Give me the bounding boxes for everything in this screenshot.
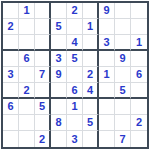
given-digit: 3 [7, 69, 13, 80]
cell-r8c7[interactable] [99, 115, 115, 131]
given-digit: 2 [39, 134, 45, 145]
cell-r7c7[interactable] [99, 99, 115, 115]
cell-r3c8[interactable] [115, 35, 131, 51]
cell-r1c4[interactable] [51, 3, 67, 19]
given-digit: 1 [23, 5, 29, 16]
given-digit: 1 [136, 37, 142, 48]
cell-r3c6[interactable] [83, 35, 99, 51]
cell-r7c1[interactable]: 6 [3, 99, 19, 115]
cell-r4c9[interactable] [131, 51, 147, 67]
cell-r5c8[interactable] [115, 67, 131, 83]
cell-r8c9[interactable]: 2 [131, 115, 147, 131]
cell-r7c5[interactable]: 1 [67, 99, 83, 115]
cell-r9c7[interactable] [99, 131, 115, 147]
cell-r7c9[interactable] [131, 99, 147, 115]
cell-r9c1[interactable] [3, 131, 19, 147]
cell-r1c7[interactable]: 9 [99, 3, 115, 19]
cell-r7c4[interactable] [51, 99, 67, 115]
given-digit: 5 [87, 117, 93, 128]
cell-r7c2[interactable] [19, 99, 35, 115]
cell-r6c5[interactable]: 6 [67, 83, 83, 99]
cell-r1c2[interactable]: 1 [19, 3, 35, 19]
cell-r4c6[interactable] [83, 51, 99, 67]
cell-r9c9[interactable] [131, 131, 147, 147]
cell-r4c7[interactable] [99, 51, 115, 67]
cell-r8c5[interactable] [67, 115, 83, 131]
cell-r1c1[interactable] [3, 3, 19, 19]
given-digit: 5 [39, 101, 45, 112]
cell-r4c1[interactable] [3, 51, 19, 67]
cell-r2c7[interactable] [99, 19, 115, 35]
cell-r9c6[interactable] [83, 131, 99, 147]
cell-r9c3[interactable]: 2 [35, 131, 51, 147]
cell-r6c8[interactable]: 5 [115, 83, 131, 99]
given-digit: 2 [71, 5, 77, 16]
cell-r5c7[interactable]: 1 [99, 67, 115, 83]
cell-r4c4[interactable]: 3 [51, 51, 67, 67]
cell-r6c9[interactable] [131, 83, 147, 99]
given-digit: 3 [55, 53, 61, 64]
cell-r5c3[interactable]: 7 [35, 67, 51, 83]
cell-r8c6[interactable]: 5 [83, 115, 99, 131]
cell-r3c3[interactable] [35, 35, 51, 51]
cell-r2c1[interactable]: 2 [3, 19, 19, 35]
cell-r6c4[interactable] [51, 83, 67, 99]
cell-r3c5[interactable]: 4 [67, 35, 83, 51]
cell-r7c8[interactable] [115, 99, 131, 115]
given-digit: 5 [71, 53, 77, 64]
given-digit: 7 [119, 134, 125, 145]
cell-r3c1[interactable] [3, 35, 19, 51]
cell-r5c6[interactable]: 2 [83, 67, 99, 83]
given-digit: 2 [136, 117, 142, 128]
cell-r4c5[interactable]: 5 [67, 51, 83, 67]
cell-r1c5[interactable]: 2 [67, 3, 83, 19]
cell-r5c2[interactable] [19, 67, 35, 83]
cell-r4c8[interactable]: 9 [115, 51, 131, 67]
cell-r1c3[interactable] [35, 3, 51, 19]
given-digit: 5 [119, 85, 125, 96]
cell-r3c9[interactable]: 1 [131, 35, 147, 51]
given-digit: 2 [87, 69, 93, 80]
cell-r8c8[interactable] [115, 115, 131, 131]
given-digit: 9 [55, 69, 61, 80]
cell-r1c8[interactable] [115, 3, 131, 19]
cell-r9c2[interactable] [19, 131, 35, 147]
cell-r2c5[interactable] [67, 19, 83, 35]
cell-r2c2[interactable] [19, 19, 35, 35]
cell-r4c2[interactable]: 6 [19, 51, 35, 67]
given-digit: 6 [23, 53, 29, 64]
given-digit: 9 [103, 5, 109, 16]
given-digit: 6 [7, 101, 13, 112]
cell-r1c6[interactable] [83, 3, 99, 19]
cell-r3c4[interactable] [51, 35, 67, 51]
cell-r9c8[interactable]: 7 [115, 131, 131, 147]
given-digit: 2 [23, 85, 29, 96]
sudoku-board: 12925143163593792162645651852237 [1, 1, 149, 149]
cell-r6c6[interactable]: 4 [83, 83, 99, 99]
cell-r2c9[interactable] [131, 19, 147, 35]
cell-r5c5[interactable] [67, 67, 83, 83]
cell-r5c9[interactable]: 6 [131, 67, 147, 83]
cell-r8c3[interactable] [35, 115, 51, 131]
cell-r2c3[interactable] [35, 19, 51, 35]
cell-r8c1[interactable] [3, 115, 19, 131]
cell-r7c3[interactable]: 5 [35, 99, 51, 115]
cell-r6c2[interactable]: 2 [19, 83, 35, 99]
cell-r5c4[interactable]: 9 [51, 67, 67, 83]
given-digit: 3 [103, 37, 109, 48]
cell-r9c5[interactable]: 3 [67, 131, 83, 147]
given-digit: 2 [7, 21, 13, 32]
given-digit: 7 [39, 69, 45, 80]
cell-r1c9[interactable] [131, 3, 147, 19]
cell-r2c6[interactable]: 1 [83, 19, 99, 35]
given-digit: 9 [119, 53, 125, 64]
cell-r3c2[interactable] [19, 35, 35, 51]
given-digit: 3 [71, 134, 77, 145]
given-digit: 6 [71, 85, 77, 96]
cell-r8c2[interactable] [19, 115, 35, 131]
cell-r2c4[interactable]: 5 [51, 19, 67, 35]
cell-r3c7[interactable]: 3 [99, 35, 115, 51]
given-digit: 8 [55, 117, 61, 128]
given-digit: 5 [55, 21, 61, 32]
cell-r2c8[interactable] [115, 19, 131, 35]
given-digit: 4 [87, 85, 93, 96]
given-digit: 1 [103, 69, 109, 80]
given-digit: 6 [136, 69, 142, 80]
cell-r7c6[interactable] [83, 99, 99, 115]
cell-r5c1[interactable]: 3 [3, 67, 19, 83]
cell-r8c4[interactable]: 8 [51, 115, 67, 131]
cell-r6c3[interactable] [35, 83, 51, 99]
given-digit: 1 [87, 21, 93, 32]
given-digit: 1 [71, 101, 77, 112]
cell-r4c3[interactable] [35, 51, 51, 67]
cell-r6c1[interactable] [3, 83, 19, 99]
given-digit: 4 [71, 37, 77, 48]
cell-r6c7[interactable] [99, 83, 115, 99]
cell-r9c4[interactable] [51, 131, 67, 147]
